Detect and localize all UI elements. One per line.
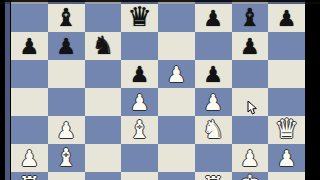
square-f4[interactable]: ♟ xyxy=(195,88,232,116)
square-b6[interactable]: ♟ xyxy=(48,32,85,60)
square-h5[interactable] xyxy=(268,60,305,88)
piece-white-pawn[interactable]: ♟ xyxy=(56,120,76,144)
piece-white-rook[interactable]: ♜ xyxy=(202,173,224,180)
piece-black-knight[interactable]: ♞ xyxy=(92,33,114,60)
piece-black-pawn[interactable]: ♟ xyxy=(203,64,223,88)
square-g1[interactable]: ♚ xyxy=(232,172,269,180)
square-e4[interactable] xyxy=(158,88,195,116)
piece-black-pawn[interactable]: ♟ xyxy=(20,36,40,60)
square-a6[interactable]: ♟ xyxy=(11,32,48,60)
square-e6[interactable] xyxy=(158,32,195,60)
square-d5[interactable]: ♟ xyxy=(121,60,158,88)
square-e1[interactable] xyxy=(158,172,195,180)
piece-white-knight[interactable]: ♞ xyxy=(202,117,224,144)
square-h7[interactable]: ♟ xyxy=(268,4,305,32)
piece-black-bishop[interactable]: ♝ xyxy=(239,5,261,32)
piece-black-pawn[interactable]: ♟ xyxy=(277,8,297,32)
piece-white-pawn[interactable]: ♟ xyxy=(130,92,150,116)
piece-white-pawn[interactable]: ♟ xyxy=(277,148,297,172)
square-b2[interactable]: ♝ xyxy=(48,144,85,172)
piece-black-pawn[interactable]: ♟ xyxy=(130,64,150,88)
square-e3[interactable] xyxy=(158,116,195,144)
square-e7[interactable] xyxy=(158,4,195,32)
square-a3[interactable] xyxy=(11,116,48,144)
square-c7[interactable] xyxy=(85,4,122,32)
square-c2[interactable] xyxy=(85,144,122,172)
square-c3[interactable] xyxy=(85,116,122,144)
square-h2[interactable]: ♟ xyxy=(268,144,305,172)
square-f7[interactable]: ♟ xyxy=(195,4,232,32)
mouse-cursor-icon xyxy=(247,101,259,116)
square-f3[interactable]: ♞ xyxy=(195,116,232,144)
square-h4[interactable] xyxy=(268,88,305,116)
square-d6[interactable] xyxy=(121,32,158,60)
square-a5[interactable] xyxy=(11,60,48,88)
piece-black-pawn[interactable]: ♟ xyxy=(56,36,76,60)
square-b1[interactable] xyxy=(48,172,85,180)
piece-white-pawn[interactable]: ♟ xyxy=(167,64,187,88)
square-a4[interactable] xyxy=(11,88,48,116)
square-a7[interactable] xyxy=(11,4,48,32)
square-f2[interactable] xyxy=(195,144,232,172)
chess-app-frame: ♜♜♚♝♛♟♝♟♟♟♞♟♟♟♟♟♟♟♝♞♛♟♝♟♟♜♜♚ xyxy=(0,0,320,180)
square-d2[interactable] xyxy=(121,144,158,172)
square-b4[interactable] xyxy=(48,88,85,116)
square-f5[interactable]: ♟ xyxy=(195,60,232,88)
square-g7[interactable]: ♝ xyxy=(232,4,269,32)
square-g2[interactable]: ♟ xyxy=(232,144,269,172)
square-h1[interactable] xyxy=(268,172,305,180)
piece-white-king[interactable]: ♚ xyxy=(238,171,262,180)
board-edge-line xyxy=(5,0,10,180)
square-b5[interactable] xyxy=(48,60,85,88)
top-edge-line xyxy=(0,0,320,2)
square-c1[interactable] xyxy=(85,172,122,180)
square-e5[interactable]: ♟ xyxy=(158,60,195,88)
square-e2[interactable] xyxy=(158,144,195,172)
piece-black-bishop[interactable]: ♝ xyxy=(55,5,77,32)
square-h6[interactable] xyxy=(268,32,305,60)
piece-white-bishop[interactable]: ♝ xyxy=(128,117,150,144)
square-g3[interactable] xyxy=(232,116,269,144)
square-a1[interactable]: ♜ xyxy=(11,172,48,180)
piece-white-rook[interactable]: ♜ xyxy=(18,173,40,180)
square-f1[interactable]: ♜ xyxy=(195,172,232,180)
board-left-edge xyxy=(0,0,11,180)
piece-white-pawn[interactable]: ♟ xyxy=(203,92,223,116)
square-d1[interactable] xyxy=(121,172,158,180)
square-a2[interactable]: ♟ xyxy=(11,144,48,172)
square-b7[interactable]: ♝ xyxy=(48,4,85,32)
square-h3[interactable]: ♛ xyxy=(268,116,305,144)
square-f6[interactable] xyxy=(195,32,232,60)
square-d4[interactable]: ♟ xyxy=(121,88,158,116)
square-g6[interactable]: ♟ xyxy=(232,32,269,60)
chess-board: ♜♜♚♝♛♟♝♟♟♟♞♟♟♟♟♟♟♟♝♞♛♟♝♟♟♜♜♚ xyxy=(11,0,305,180)
piece-black-pawn[interactable]: ♟ xyxy=(240,36,260,60)
piece-white-pawn[interactable]: ♟ xyxy=(20,148,40,172)
square-c6[interactable]: ♞ xyxy=(85,32,122,60)
square-d7[interactable]: ♛ xyxy=(121,4,158,32)
piece-white-bishop[interactable]: ♝ xyxy=(55,145,77,172)
square-c5[interactable] xyxy=(85,60,122,88)
square-b3[interactable]: ♟ xyxy=(48,116,85,144)
square-c4[interactable] xyxy=(85,88,122,116)
piece-black-queen[interactable]: ♛ xyxy=(128,3,152,32)
square-g5[interactable] xyxy=(232,60,269,88)
piece-black-pawn[interactable]: ♟ xyxy=(203,8,223,32)
piece-white-queen[interactable]: ♛ xyxy=(275,115,299,144)
square-d3[interactable]: ♝ xyxy=(121,116,158,144)
